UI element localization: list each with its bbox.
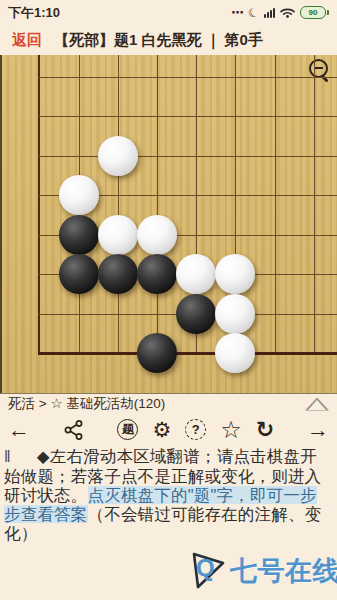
signal-strength-icon [264, 8, 275, 18]
breadcrumb[interactable]: 死活 > ☆ 基础死活劫(120) [8, 395, 165, 413]
back-button[interactable]: 返回 [12, 31, 42, 50]
battery-icon: 90 [300, 6, 329, 19]
watermark-logo-icon: Q [186, 545, 230, 597]
watermark: Q 七号在线 [186, 545, 337, 597]
svg-text:Q: Q [196, 554, 215, 581]
toolbar: ← 题 ⚙ ? ☆ ↻ → [0, 414, 337, 445]
wifi-icon [280, 4, 295, 22]
go-board[interactable] [0, 55, 337, 394]
grid-line-vertical [157, 55, 158, 355]
do-not-disturb-moon-icon: ☾ [247, 5, 261, 20]
white-stone [176, 254, 216, 294]
problem-answer-toggle-button[interactable]: 题 [117, 419, 138, 440]
drag-handle-mark: ‖ [4, 448, 11, 465]
grid-line-vertical [118, 55, 119, 355]
black-stone [59, 254, 99, 294]
status-icons: ⋯ ☾ 90 [231, 4, 329, 22]
grid-line-horizontal [38, 116, 337, 117]
board-left-edge-line [38, 55, 40, 355]
page-title: 【死部】题1 白先黑死 ｜ 第0手 [54, 31, 263, 50]
grid-line-horizontal [38, 156, 337, 157]
help-icon[interactable]: ? [185, 419, 206, 440]
zoom-out-magnifier-icon[interactable] [309, 59, 331, 83]
settings-gear-icon[interactable]: ⚙ [152, 419, 171, 440]
black-stone [59, 215, 99, 255]
notification-dots-icon: ⋯ [231, 8, 243, 18]
watermark-text: 七号在线 [230, 553, 337, 589]
clock: 下午1:10 [8, 4, 60, 22]
black-stone [137, 333, 177, 373]
black-stone [176, 294, 216, 334]
app-screen: 下午1:10 ⋯ ☾ 90 返回 【死部】题1 白先黑死 ｜ 第0手 [0, 0, 337, 600]
breadcrumb-bar: 死活 > ☆ 基础死活劫(120) [0, 394, 337, 414]
grid-line-horizontal [38, 77, 337, 78]
favorite-star-icon[interactable]: ☆ [220, 419, 242, 441]
next-move-button[interactable]: → [307, 419, 329, 441]
white-stone [137, 215, 177, 255]
white-stone [98, 136, 138, 176]
collapse-panel-triangle-icon[interactable] [305, 398, 329, 411]
share-icon[interactable] [63, 419, 85, 441]
nav-bar: 返回 【死部】题1 白先黑死 ｜ 第0手 [0, 25, 337, 55]
white-stone [215, 333, 255, 373]
grid-line-vertical [314, 55, 315, 355]
prev-move-button[interactable]: ← [8, 419, 30, 441]
black-stone [98, 254, 138, 294]
white-stone [98, 215, 138, 255]
white-stone [59, 175, 99, 215]
board-bottom-edge-line [38, 352, 337, 355]
reset-refresh-icon[interactable]: ↻ [256, 419, 274, 441]
white-stone [215, 254, 255, 294]
black-stone [137, 254, 177, 294]
board-edge-shadow [0, 55, 2, 393]
grid-line-vertical [275, 55, 276, 355]
instructions-panel[interactable]: ‖◆左右滑动本区域翻谱；请点击棋盘开始做题；若落子点不是正解或变化，则进入研讨状… [0, 447, 337, 543]
battery-percent: 90 [300, 6, 326, 19]
white-stone [215, 294, 255, 334]
status-bar: 下午1:10 ⋯ ☾ 90 [0, 0, 337, 25]
